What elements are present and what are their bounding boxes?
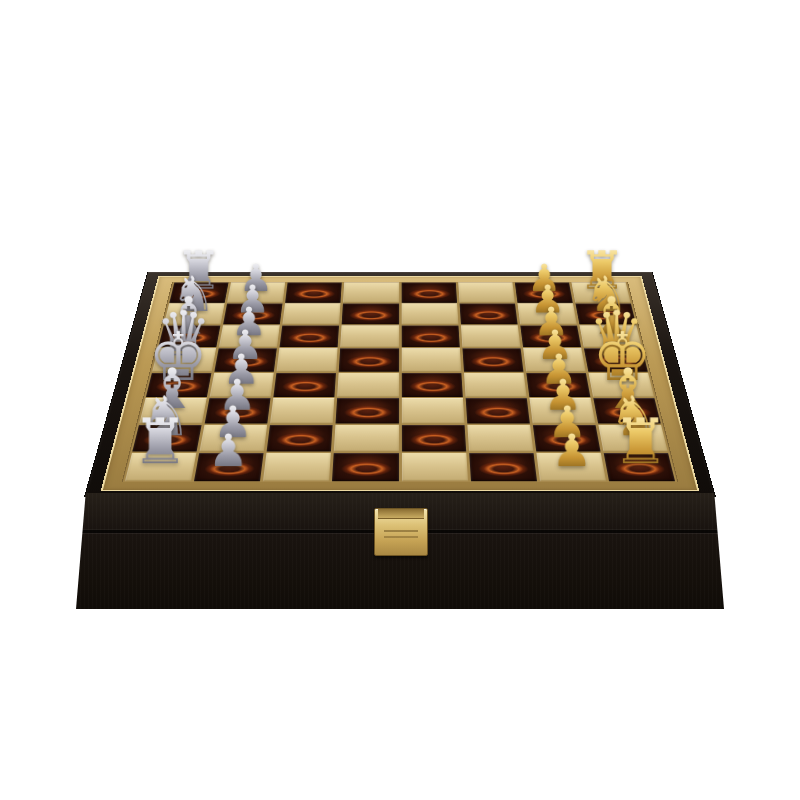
white-pawn-h2[interactable]: ♟ bbox=[184, 428, 273, 473]
board-brass-border: ♜♟♟♜♞♟♟♞♝♟♟♝♛♟♟♛♚♟♟♚♝♟♟♝♞♟♟♞♜♟♟♜ bbox=[101, 276, 700, 491]
square-h3[interactable] bbox=[263, 453, 331, 481]
square-b4[interactable] bbox=[342, 304, 399, 325]
chess-set-product-photo: ♜♟♟♜♞♟♟♞♝♟♟♝♛♟♟♛♚♟♟♚♝♟♟♝♞♟♟♞♜♟♟♜ bbox=[0, 0, 800, 800]
square-c4[interactable] bbox=[341, 325, 399, 347]
square-b5[interactable] bbox=[401, 304, 458, 325]
square-a5[interactable] bbox=[401, 283, 457, 303]
square-f4[interactable] bbox=[336, 398, 399, 424]
square-d4[interactable] bbox=[339, 348, 399, 371]
square-e3[interactable] bbox=[274, 373, 337, 397]
square-d3[interactable] bbox=[277, 348, 338, 371]
square-c3[interactable] bbox=[280, 325, 340, 347]
square-h5[interactable] bbox=[401, 453, 467, 481]
brass-clasp bbox=[374, 508, 428, 556]
square-e4[interactable] bbox=[337, 373, 398, 397]
square-h2[interactable]: ♟ bbox=[194, 453, 264, 481]
board-wood-frame: ♜♟♟♜♞♟♟♞♝♟♟♝♛♟♟♛♚♟♟♚♝♟♟♝♞♟♟♞♜♟♟♜ bbox=[85, 272, 715, 497]
clasp-tab bbox=[378, 509, 424, 519]
square-b3[interactable] bbox=[283, 304, 341, 325]
square-a4[interactable] bbox=[343, 283, 399, 303]
square-a3[interactable] bbox=[285, 283, 342, 303]
chess-board: ♜♟♟♜♞♟♟♞♝♟♟♝♛♟♟♛♚♟♟♚♝♟♟♝♞♟♟♞♜♟♟♜ bbox=[122, 282, 679, 483]
square-h4[interactable] bbox=[332, 453, 398, 481]
square-c5[interactable] bbox=[401, 325, 459, 347]
black-rook-h8[interactable]: ♜ bbox=[596, 410, 685, 473]
square-f3[interactable] bbox=[270, 398, 334, 424]
case-front bbox=[76, 493, 724, 609]
square-e5[interactable] bbox=[401, 373, 462, 397]
board-perspective-plane: ♜♟♟♜♞♟♟♞♝♟♟♝♛♟♟♛♚♟♟♚♝♟♟♝♞♟♟♞♜♟♟♜ bbox=[85, 272, 715, 497]
square-d5[interactable] bbox=[401, 348, 461, 371]
square-h8[interactable]: ♜ bbox=[604, 453, 676, 481]
square-g4[interactable] bbox=[334, 425, 398, 452]
square-g3[interactable] bbox=[267, 425, 333, 452]
square-f5[interactable] bbox=[401, 398, 464, 424]
square-g5[interactable] bbox=[401, 425, 465, 452]
clasp-engraving bbox=[384, 527, 418, 543]
